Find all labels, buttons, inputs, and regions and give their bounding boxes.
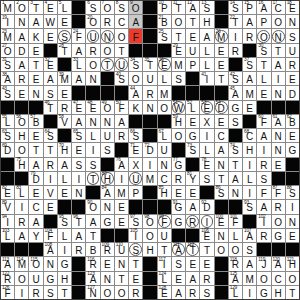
cell-r9c20[interactable]: 61A [272, 115, 285, 128]
cell-r17c10[interactable]: 105I [129, 229, 142, 242]
cell-r17c20[interactable]: G [272, 229, 285, 242]
cell-r13c3[interactable]: 79D [29, 172, 42, 185]
cell-r3c12[interactable]: 25S [158, 29, 171, 42]
cell-r1c3[interactable]: 3T [29, 1, 42, 14]
cell-r7c21[interactable]: D [286, 86, 299, 99]
cell-r18c14[interactable]: 112T [186, 243, 199, 256]
cell-r2c9[interactable]: C [115, 15, 128, 28]
cell-r17c19[interactable]: R [257, 229, 270, 242]
cell-r19c8[interactable]: E [101, 257, 114, 270]
cell-r21c3[interactable]: R [29, 286, 42, 299]
cell-r6c21[interactable]: E [286, 72, 299, 85]
cell-r21c18[interactable]: I [243, 286, 256, 299]
cell-r17c6[interactable]: A [72, 229, 85, 242]
cell-r5c20[interactable]: A [272, 58, 285, 71]
cell-r1c8[interactable]: 7O [101, 1, 114, 14]
cell-r3c8[interactable]: N [101, 29, 114, 42]
cell-r3c18[interactable]: R [243, 29, 256, 42]
cell-r10c16[interactable]: C [215, 129, 228, 142]
cell-r21c19[interactable]: G [257, 286, 270, 299]
cell-r5c9[interactable]: U [115, 58, 128, 71]
cell-r20c10[interactable]: E [129, 272, 142, 285]
cell-r6c4[interactable]: A [44, 72, 57, 85]
cell-r3c16[interactable]: 26M [215, 29, 228, 42]
cell-r18c5[interactable]: I [58, 243, 71, 256]
cell-r17c11[interactable]: O [143, 229, 156, 242]
cell-r11c11[interactable]: 72D [143, 143, 156, 156]
cell-r6c15[interactable]: 41I [200, 72, 213, 85]
cell-r20c2[interactable]: O [15, 272, 28, 285]
cell-r21c14[interactable]: R [186, 286, 199, 299]
cell-r4c19[interactable]: 30S [257, 44, 270, 57]
cell-r19c5[interactable]: G [58, 257, 71, 270]
cell-r21c9[interactable]: O [115, 286, 128, 299]
cell-r15c14[interactable]: A [186, 200, 199, 213]
cell-r13c4[interactable]: I [44, 172, 57, 185]
cell-r17c2[interactable]: A [15, 229, 28, 242]
cell-r19c18[interactable]: A [243, 257, 256, 270]
cell-r16c2[interactable]: R [15, 215, 28, 228]
cell-r2c15[interactable]: H [200, 15, 213, 28]
cell-r7c17[interactable]: 45A [229, 86, 242, 99]
cell-r16c20[interactable]: O [272, 215, 285, 228]
cell-r15c18[interactable]: 93S [243, 200, 256, 213]
cell-r8c7[interactable]: 48E [86, 101, 99, 114]
cell-r19c2[interactable]: 114M [15, 257, 28, 270]
cell-r5c3[interactable]: T [29, 58, 42, 71]
cell-r11c17[interactable]: 74S [229, 143, 242, 156]
cell-r4c3[interactable]: E [29, 44, 42, 57]
cell-r10c2[interactable]: H [15, 129, 28, 142]
cell-r15c20[interactable]: R [272, 200, 285, 213]
cell-r13c6[interactable]: I [72, 172, 85, 185]
cell-r19c10[interactable]: T [129, 257, 142, 270]
cell-r19c13[interactable]: S [172, 257, 185, 270]
cell-r4c17[interactable]: R [229, 44, 242, 57]
cell-r14c1[interactable]: 82E [1, 186, 14, 199]
cell-r19c9[interactable]: N [115, 257, 128, 270]
cell-r10c4[interactable]: 64S [44, 129, 57, 142]
cell-r3c6[interactable]: 24F [72, 29, 85, 42]
cell-r11c14[interactable]: 73S [186, 143, 199, 156]
cell-r9c13[interactable]: 59H [172, 115, 185, 128]
cell-r12c20[interactable]: E [272, 158, 285, 171]
cell-r1c20[interactable]: 17C [272, 1, 285, 14]
cell-r6c20[interactable]: I [272, 72, 285, 85]
cell-r12c13[interactable]: 77G [172, 158, 185, 171]
cell-r20c20[interactable]: C [272, 272, 285, 285]
cell-r7c5[interactable]: E [58, 86, 71, 99]
cell-r17c18[interactable]: 107A [243, 229, 256, 242]
cell-r11c21[interactable]: G [286, 143, 299, 156]
cell-r11c2[interactable]: O [15, 143, 28, 156]
cell-r21c4[interactable]: S [44, 286, 57, 299]
cell-r2c21[interactable]: N [286, 15, 299, 28]
cell-r9c21[interactable]: 62B [286, 115, 299, 128]
cell-r12c12[interactable]: N [158, 158, 171, 171]
cell-r18c4[interactable]: 108A [44, 243, 57, 256]
cell-r1c5[interactable]: 5L [58, 1, 71, 14]
cell-r12c11[interactable]: I [143, 158, 156, 171]
cell-r20c1[interactable]: 122R [1, 272, 14, 285]
cell-r16c13[interactable]: G [172, 215, 185, 228]
cell-r8c13[interactable]: 51W [172, 101, 185, 114]
cell-r5c6[interactable]: 33L [72, 58, 85, 71]
cell-r8c18[interactable]: E [243, 101, 256, 114]
cell-r14c14[interactable]: E [186, 186, 199, 199]
cell-r4c7[interactable]: R [86, 44, 99, 57]
cell-r10c8[interactable]: U [101, 129, 114, 142]
cell-r9c9[interactable]: A [115, 115, 128, 128]
cell-r1c19[interactable]: 16A [257, 1, 270, 14]
cell-r6c3[interactable]: E [29, 72, 42, 85]
cell-r6c13[interactable]: S [172, 72, 185, 85]
cell-r13c5[interactable]: L [58, 172, 71, 185]
cell-r17c17[interactable]: L [229, 229, 242, 242]
cell-r1c17[interactable]: 14S [229, 1, 242, 14]
cell-r2c8[interactable]: R [101, 15, 114, 28]
cell-r21c5[interactable]: T [58, 286, 71, 299]
cell-r13c12[interactable]: C [158, 172, 171, 185]
cell-r21c7[interactable]: 127N [86, 286, 99, 299]
cell-r19c12[interactable]: 117I [158, 257, 171, 270]
cell-r12c18[interactable]: I [243, 158, 256, 171]
cell-r6c6[interactable]: A [72, 72, 85, 85]
cell-r16c21[interactable]: N [286, 215, 299, 228]
cell-r10c7[interactable]: L [86, 129, 99, 142]
cell-r17c4[interactable]: 104F [44, 229, 57, 242]
cell-r2c14[interactable]: T [186, 15, 199, 28]
cell-r17c21[interactable]: E [286, 229, 299, 242]
cell-r16c5[interactable]: 95S [58, 215, 71, 228]
cell-r15c7[interactable]: 90O [86, 200, 99, 213]
cell-r3c14[interactable]: E [186, 29, 199, 42]
cell-r10c3[interactable]: E [29, 129, 42, 142]
cell-r5c18[interactable]: 37S [243, 58, 256, 71]
cell-r14c20[interactable]: 87F [272, 186, 285, 199]
cell-r21c17[interactable]: 129L [229, 286, 242, 299]
cell-r15c13[interactable]: 91G [172, 200, 185, 213]
cell-r19c14[interactable]: E [186, 257, 199, 270]
cell-r6c5[interactable]: 39M [58, 72, 71, 85]
cell-r9c5[interactable]: 58V [58, 115, 71, 128]
cell-r17c1[interactable]: 103L [1, 229, 14, 242]
cell-r9c8[interactable]: N [101, 115, 114, 128]
cell-r18c12[interactable]: T [158, 243, 171, 256]
cell-r8c6[interactable]: 47E [72, 101, 85, 114]
cell-r20c14[interactable]: A [186, 272, 199, 285]
cell-r4c15[interactable]: L [200, 44, 213, 57]
cell-r7c19[interactable]: E [257, 86, 270, 99]
cell-r4c2[interactable]: D [15, 44, 28, 57]
cell-r12c2[interactable]: 75H [15, 158, 28, 171]
cell-r12c4[interactable]: R [44, 158, 57, 171]
cell-r18c13[interactable]: 111A [172, 243, 185, 256]
selected-cell-r1c10[interactable]: 9O [129, 1, 142, 14]
cell-r11c18[interactable]: H [243, 143, 256, 156]
cell-r11c10[interactable]: 71E [129, 143, 142, 156]
cell-r3c9[interactable]: O [115, 29, 128, 42]
cell-r13c9[interactable]: I [115, 172, 128, 185]
cell-r11c12[interactable]: U [158, 143, 171, 156]
cell-r21c10[interactable]: R [129, 286, 142, 299]
cell-r5c4[interactable]: 32E [44, 58, 57, 71]
cell-r9c14[interactable]: E [186, 115, 199, 128]
cell-r14c17[interactable]: N [229, 186, 242, 199]
cell-r18c8[interactable]: 109R [101, 243, 114, 256]
cell-r4c5[interactable]: 28T [58, 44, 71, 57]
cell-r16c12[interactable]: 99F [158, 215, 171, 228]
cell-r20c13[interactable]: E [172, 272, 185, 285]
cell-r21c15[interactable]: S [200, 286, 213, 299]
cell-r9c15[interactable]: X [200, 115, 213, 128]
cell-r3c2[interactable]: A [15, 29, 28, 42]
cell-r8c8[interactable]: 49O [101, 101, 114, 114]
cell-r10c9[interactable]: R [115, 129, 128, 142]
cell-r10c13[interactable]: O [172, 129, 185, 142]
cell-r20c21[interactable]: O [286, 272, 299, 285]
cell-r10c19[interactable]: A [257, 129, 270, 142]
cell-r14c21[interactable]: 88S [286, 186, 299, 199]
cell-r16c10[interactable]: 97S [129, 215, 142, 228]
cell-r12c7[interactable]: S [86, 158, 99, 171]
cell-r14c2[interactable]: 83L [15, 186, 28, 199]
cell-r18c15[interactable]: T [200, 243, 213, 256]
cell-r13c7[interactable]: T [86, 172, 99, 185]
cell-r14c10[interactable]: P [129, 186, 142, 199]
cell-r3c19[interactable]: O [257, 29, 270, 42]
cell-r18c16[interactable]: O [215, 243, 228, 256]
cell-r19c7[interactable]: 116R [86, 257, 99, 270]
cell-r17c15[interactable]: 106E [200, 229, 213, 242]
cell-r4c1[interactable]: 27O [1, 44, 14, 57]
cell-r6c7[interactable]: N [86, 72, 99, 85]
cell-r15c9[interactable]: E [115, 200, 128, 213]
cell-r20c3[interactable]: U [29, 272, 42, 285]
cell-r20c15[interactable]: R [200, 272, 213, 285]
cell-r13c10[interactable]: U [129, 172, 142, 185]
cell-r16c9[interactable]: E [115, 215, 128, 228]
cell-r1c14[interactable]: 12A [186, 1, 199, 14]
cell-r16c14[interactable]: R [186, 215, 199, 228]
cell-r2c4[interactable]: W [44, 15, 57, 28]
cell-r10c1[interactable]: 63S [1, 129, 14, 142]
cell-r5c7[interactable]: O [86, 58, 99, 71]
cell-r20c12[interactable]: 124L [158, 272, 171, 285]
cell-r4c9[interactable]: T [115, 44, 128, 57]
cell-r18c11[interactable]: H [143, 243, 156, 256]
cell-r20c4[interactable]: G [44, 272, 57, 285]
cell-r4c16[interactable]: E [215, 44, 228, 57]
cell-r12c16[interactable]: N [215, 158, 228, 171]
cell-r20c17[interactable]: 125A [229, 272, 242, 285]
cell-r5c15[interactable]: L [200, 58, 213, 71]
cell-r20c7[interactable]: 123A [86, 272, 99, 285]
cell-r20c19[interactable]: O [257, 272, 270, 285]
cell-r15c3[interactable]: C [29, 200, 42, 213]
cell-r2c17[interactable]: 22T [229, 15, 242, 28]
cell-r21c2[interactable]: I [15, 286, 28, 299]
cell-r6c18[interactable]: A [243, 72, 256, 85]
cell-r9c17[interactable]: S [229, 115, 242, 128]
cell-r8c9[interactable]: 50F [115, 101, 128, 114]
cell-r5c13[interactable]: M [172, 58, 185, 71]
cell-r2c2[interactable]: N [15, 15, 28, 28]
cell-r1c2[interactable]: 2O [15, 1, 28, 14]
cell-r6c1[interactable]: 38A [1, 72, 14, 85]
cell-r5c12[interactable]: 36E [158, 58, 171, 71]
cell-r3c1[interactable]: 23M [1, 29, 14, 42]
cell-r10c14[interactable]: G [186, 129, 199, 142]
cell-r4c20[interactable]: T [272, 44, 285, 57]
cell-r1c12[interactable]: 10P [158, 1, 171, 14]
cell-r12c3[interactable]: A [29, 158, 42, 171]
cell-r8c12[interactable]: O [158, 101, 171, 114]
cell-r6c9[interactable]: 40S [115, 72, 128, 85]
cell-r1c21[interactable]: 18E [286, 1, 299, 14]
cell-r13c14[interactable]: 81Y [186, 172, 199, 185]
cell-r14c16[interactable]: 86S [215, 186, 228, 199]
cell-r21c20[interactable]: H [272, 286, 285, 299]
cell-r19c21[interactable]: 121H [286, 257, 299, 270]
cell-r17c7[interactable]: T [86, 229, 99, 242]
cell-r11c19[interactable]: I [257, 143, 270, 156]
cell-r17c16[interactable]: N [215, 229, 228, 242]
cell-r7c3[interactable]: N [29, 86, 42, 99]
cell-r6c17[interactable]: 42S [229, 72, 242, 85]
cell-r17c3[interactable]: Y [29, 229, 42, 242]
cell-r9c16[interactable]: E [215, 115, 228, 128]
cell-r5c11[interactable]: 35T [143, 58, 156, 71]
cell-r9c3[interactable]: 57B [29, 115, 42, 128]
cell-r1c7[interactable]: 6S [86, 1, 99, 14]
cell-r1c13[interactable]: 11T [172, 1, 185, 14]
cell-r5c1[interactable]: 31S [1, 58, 14, 71]
cell-r4c6[interactable]: A [72, 44, 85, 57]
cell-r8c17[interactable]: G [229, 101, 242, 114]
cell-r10c20[interactable]: N [272, 129, 285, 142]
cell-r4c13[interactable]: 29E [172, 44, 185, 57]
cell-r2c1[interactable]: 19I [1, 15, 14, 28]
cell-r13c17[interactable]: A [229, 172, 242, 185]
cell-r6c11[interactable]: U [143, 72, 156, 85]
cell-r9c7[interactable]: N [86, 115, 99, 128]
cell-r17c5[interactable]: L [58, 229, 71, 242]
cell-r12c19[interactable]: R [257, 158, 270, 171]
cell-r13c15[interactable]: S [200, 172, 213, 185]
cell-r14c9[interactable]: M [115, 186, 128, 199]
cell-r20c18[interactable]: M [243, 272, 256, 285]
cell-r9c19[interactable]: 60F [257, 115, 270, 128]
cell-r11c8[interactable]: S [101, 143, 114, 156]
cell-r10c15[interactable]: I [200, 129, 213, 142]
cell-r3c5[interactable]: S [58, 29, 71, 42]
cell-r7c18[interactable]: M [243, 86, 256, 99]
cell-r18c6[interactable]: R [72, 243, 85, 256]
cell-r8c4[interactable]: 46T [44, 101, 57, 114]
cell-r16c3[interactable]: A [29, 215, 42, 228]
cell-r8c11[interactable]: N [143, 101, 156, 114]
cell-r5c10[interactable]: 34S [129, 58, 142, 71]
cell-r12c17[interactable]: T [229, 158, 242, 171]
cell-r10c21[interactable]: E [286, 129, 299, 142]
cell-r5c16[interactable]: E [215, 58, 228, 71]
cell-r15c2[interactable]: I [15, 200, 28, 213]
cell-r21c8[interactable]: O [101, 286, 114, 299]
cell-r16c16[interactable]: 100E [215, 215, 228, 228]
cell-r19c17[interactable]: 118R [229, 257, 242, 270]
cell-r14c3[interactable]: E [29, 186, 42, 199]
cell-r6c16[interactable]: T [215, 72, 228, 85]
cell-r9c6[interactable]: A [72, 115, 85, 128]
cell-r9c2[interactable]: 56O [15, 115, 28, 128]
cell-r14c18[interactable]: I [243, 186, 256, 199]
cell-r5c8[interactable]: T [101, 58, 114, 71]
cell-r1c4[interactable]: 4E [44, 1, 57, 14]
cell-r20c8[interactable]: N [101, 272, 114, 285]
cell-r9c1[interactable]: 55L [1, 115, 14, 128]
cell-r7c20[interactable]: N [272, 86, 285, 99]
selected-cell-r2c10[interactable]: A [129, 15, 142, 28]
cell-r8c16[interactable]: 54D [215, 101, 228, 114]
cell-r14c13[interactable]: E [172, 186, 185, 199]
cell-r10c12[interactable]: 67L [158, 129, 171, 142]
cell-r4c8[interactable]: O [101, 44, 114, 57]
cell-r7c10[interactable]: 44A [129, 86, 142, 99]
cell-r18c10[interactable]: S [129, 243, 142, 256]
cell-r15c15[interactable]: 92D [200, 200, 213, 213]
cell-r13c19[interactable]: S [257, 172, 270, 185]
cell-r3c20[interactable]: N [272, 29, 285, 42]
cell-r13c18[interactable]: L [243, 172, 256, 185]
cell-r13c8[interactable]: 80H [101, 172, 114, 185]
cell-r2c3[interactable]: A [29, 15, 42, 28]
cell-r10c10[interactable]: 66S [129, 129, 142, 142]
cell-r15c4[interactable]: E [44, 200, 57, 213]
cell-r13c16[interactable]: T [215, 172, 228, 185]
cell-r11c16[interactable]: A [215, 143, 228, 156]
cell-r3c13[interactable]: T [172, 29, 185, 42]
cell-r7c12[interactable]: M [158, 86, 171, 99]
cell-r7c1[interactable]: 43S [1, 86, 14, 99]
cell-r14c19[interactable]: F [257, 186, 270, 199]
cell-r18c17[interactable]: O [229, 243, 242, 256]
cell-r19c3[interactable]: 115O [29, 257, 42, 270]
cell-r1c18[interactable]: 15P [243, 1, 256, 14]
cell-r11c4[interactable]: T [44, 143, 57, 156]
cell-r20c5[interactable]: H [58, 272, 71, 285]
cell-r14c4[interactable]: V [44, 186, 57, 199]
cell-r15c19[interactable]: A [257, 200, 270, 213]
cell-r19c19[interactable]: 119J [257, 257, 270, 270]
cell-r16c1[interactable]: 94I [1, 215, 14, 228]
cell-r12c15[interactable]: 78E [200, 158, 213, 171]
cell-r2c13[interactable]: O [172, 15, 185, 28]
cell-r4c14[interactable]: U [186, 44, 199, 57]
cell-r21c12[interactable]: 128E [158, 286, 171, 299]
cell-r19c20[interactable]: 120A [272, 257, 285, 270]
cell-r16c7[interactable]: A [86, 215, 99, 228]
cell-r15c1[interactable]: 89V [1, 200, 14, 213]
cell-r2c18[interactable]: A [243, 15, 256, 28]
cell-r11c20[interactable]: N [272, 143, 285, 156]
cell-r2c5[interactable]: E [58, 15, 71, 28]
cell-r12c5[interactable]: A [58, 158, 71, 171]
cell-r16c11[interactable]: 98O [143, 215, 156, 228]
cell-r12c10[interactable]: X [129, 158, 142, 171]
cell-r2c19[interactable]: P [257, 15, 270, 28]
cell-r6c12[interactable]: L [158, 72, 171, 85]
